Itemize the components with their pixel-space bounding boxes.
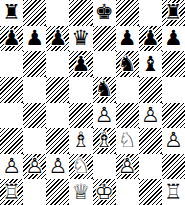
black-rook[interactable]: ♜♜ [162,0,185,26]
black-rook-glyph: ♜ [162,0,185,26]
square-c3[interactable] [46,128,69,154]
white-bishop-halo: ♝ [93,128,116,154]
square-e3[interactable]: ♝♗ [93,128,116,154]
white-pawn-halo: ♟ [162,128,185,154]
white-bishop-glyph: ♗ [93,128,116,154]
white-pawn-glyph: ♙ [162,128,185,154]
white-pawn-halo: ♟ [93,103,116,129]
white-pawn[interactable]: ♟♙ [116,154,139,180]
square-b3[interactable] [23,128,46,154]
square-e1[interactable]: ♚♔ [93,179,116,205]
square-c6[interactable] [46,51,69,77]
black-pawn[interactable]: ♟♟ [46,26,69,52]
square-g4[interactable]: ♟♙ [139,103,162,129]
square-b5[interactable] [23,77,46,103]
white-knight[interactable]: ♞♘ [116,128,139,154]
white-pawn-halo: ♟ [46,154,69,180]
square-b6[interactable] [23,51,46,77]
black-bishop-glyph: ♝ [139,51,162,77]
black-pawn-glyph: ♟ [139,26,162,52]
white-pawn-glyph: ♙ [139,103,162,129]
square-f4[interactable] [116,103,139,129]
white-rook[interactable]: ♜♖ [0,179,23,205]
black-pawn-glyph: ♟ [116,26,139,52]
square-a3[interactable] [0,128,23,154]
square-f8[interactable] [116,0,139,26]
white-rook[interactable]: ♜♖ [162,179,185,205]
black-pawn-halo: ♟ [139,26,162,52]
square-a4[interactable] [0,103,23,129]
square-b8[interactable] [23,0,46,26]
square-f2[interactable]: ♟♙ [116,154,139,180]
black-pawn-halo: ♟ [46,26,69,52]
white-pawn[interactable]: ♟♙ [23,154,46,180]
white-knight-halo: ♞ [69,154,92,180]
black-pawn-glyph: ♟ [69,51,92,77]
square-h6[interactable] [162,51,185,77]
white-bishop-glyph: ♗ [69,128,92,154]
white-bishop-halo: ♝ [69,128,92,154]
black-pawn-halo: ♟ [116,26,139,52]
square-e4[interactable]: ♟♙ [93,103,116,129]
white-pawn[interactable]: ♟♙ [162,128,185,154]
black-pawn[interactable]: ♟♟ [23,26,46,52]
square-d4[interactable] [69,103,92,129]
black-pawn-glyph: ♟ [46,26,69,52]
white-rook-glyph: ♖ [162,179,185,205]
square-h5[interactable] [162,77,185,103]
white-pawn[interactable]: ♟♙ [46,154,69,180]
black-bishop-halo: ♝ [139,51,162,77]
black-knight[interactable]: ♞♞ [116,51,139,77]
square-b1[interactable] [23,179,46,205]
square-g8[interactable] [139,0,162,26]
black-knight[interactable]: ♞♞ [93,77,116,103]
square-d8[interactable] [69,0,92,26]
white-pawn-glyph: ♙ [46,154,69,180]
black-pawn[interactable]: ♟♟ [139,26,162,52]
square-e8[interactable]: ♚♚ [93,0,116,26]
white-rook-halo: ♜ [162,179,185,205]
black-queen-glyph: ♛ [69,26,92,52]
black-king-halo: ♚ [93,0,116,26]
square-a2[interactable]: ♟♙ [0,154,23,180]
black-bishop[interactable]: ♝♝ [139,51,162,77]
white-pawn-glyph: ♙ [116,154,139,180]
white-bishop[interactable]: ♝♗ [93,128,116,154]
black-king-glyph: ♚ [93,0,116,26]
square-h8[interactable]: ♜♜ [162,0,185,26]
black-knight-halo: ♞ [93,77,116,103]
square-c4[interactable] [46,103,69,129]
black-pawn[interactable]: ♟♟ [162,26,185,52]
white-pawn[interactable]: ♟♙ [0,154,23,180]
square-d2[interactable]: ♞♘ [69,154,92,180]
square-f1[interactable] [116,179,139,205]
white-pawn-halo: ♟ [139,103,162,129]
white-knight-halo: ♞ [116,128,139,154]
square-d5[interactable] [69,77,92,103]
square-g1[interactable] [139,179,162,205]
black-rook[interactable]: ♜♜ [0,0,23,26]
white-knight-glyph: ♘ [69,154,92,180]
white-queen[interactable]: ♛♕ [69,179,92,205]
square-h4[interactable] [162,103,185,129]
square-g7[interactable]: ♟♟ [139,26,162,52]
white-pawn-glyph: ♙ [23,154,46,180]
white-knight[interactable]: ♞♘ [69,154,92,180]
square-b4[interactable] [23,103,46,129]
white-knight-glyph: ♘ [116,128,139,154]
black-queen[interactable]: ♛♛ [69,26,92,52]
black-rook-halo: ♜ [0,0,23,26]
white-pawn-glyph: ♙ [0,154,23,180]
white-king-halo: ♚ [93,179,116,205]
black-king[interactable]: ♚♚ [93,0,116,26]
square-e5[interactable]: ♞♞ [93,77,116,103]
square-g3[interactable] [139,128,162,154]
square-f6[interactable]: ♞♞ [116,51,139,77]
square-d3[interactable]: ♝♗ [69,128,92,154]
square-h2[interactable] [162,154,185,180]
square-h1[interactable]: ♜♖ [162,179,185,205]
chess-diagram: ♜♜♚♚♜♜♟♟♟♟♟♟♛♛♟♟♟♟♟♟♟♟♞♞♝♝♞♞♟♙♟♙♝♗♝♗♞♘♟♙… [0,0,185,205]
square-b2[interactable]: ♟♙ [23,154,46,180]
square-c7[interactable]: ♟♟ [46,26,69,52]
white-king-glyph: ♔ [93,179,116,205]
white-pawn-glyph: ♙ [93,103,116,129]
square-g6[interactable]: ♝♝ [139,51,162,77]
white-pawn-halo: ♟ [0,154,23,180]
black-pawn-glyph: ♟ [23,26,46,52]
square-c1[interactable] [46,179,69,205]
square-e6[interactable] [93,51,116,77]
white-pawn[interactable]: ♟♙ [93,103,116,129]
white-king[interactable]: ♚♔ [93,179,116,205]
square-a6[interactable] [0,51,23,77]
chess-board: ♜♜♚♚♜♜♟♟♟♟♟♟♛♛♟♟♟♟♟♟♟♟♞♞♝♝♞♞♟♙♟♙♝♗♝♗♞♘♟♙… [0,0,185,205]
white-queen-glyph: ♕ [69,179,92,205]
black-knight-glyph: ♞ [93,77,116,103]
square-d7[interactable]: ♛♛ [69,26,92,52]
black-queen-halo: ♛ [69,26,92,52]
square-g5[interactable] [139,77,162,103]
square-a5[interactable] [0,77,23,103]
square-d6[interactable]: ♟♟ [69,51,92,77]
black-pawn-halo: ♟ [0,26,23,52]
square-d1[interactable]: ♛♕ [69,179,92,205]
black-pawn-halo: ♟ [69,51,92,77]
white-pawn[interactable]: ♟♙ [139,103,162,129]
black-pawn-halo: ♟ [162,26,185,52]
square-h7[interactable]: ♟♟ [162,26,185,52]
black-rook-halo: ♜ [162,0,185,26]
black-pawn-halo: ♟ [23,26,46,52]
black-knight-glyph: ♞ [116,51,139,77]
white-rook-halo: ♜ [0,179,23,205]
black-rook-glyph: ♜ [0,0,23,26]
square-e2[interactable] [93,154,116,180]
square-g2[interactable] [139,154,162,180]
black-pawn-glyph: ♟ [162,26,185,52]
black-pawn[interactable]: ♟♟ [0,26,23,52]
square-a1[interactable]: ♜♖ [0,179,23,205]
white-rook-glyph: ♖ [0,179,23,205]
square-a8[interactable]: ♜♜ [0,0,23,26]
square-a7[interactable]: ♟♟ [0,26,23,52]
square-e7[interactable] [93,26,116,52]
black-pawn-glyph: ♟ [0,26,23,52]
white-bishop[interactable]: ♝♗ [69,128,92,154]
white-pawn-halo: ♟ [23,154,46,180]
black-pawn[interactable]: ♟♟ [69,51,92,77]
square-f3[interactable]: ♞♘ [116,128,139,154]
square-h3[interactable]: ♟♙ [162,128,185,154]
square-c2[interactable]: ♟♙ [46,154,69,180]
square-c5[interactable] [46,77,69,103]
black-pawn[interactable]: ♟♟ [116,26,139,52]
square-b7[interactable]: ♟♟ [23,26,46,52]
black-knight-halo: ♞ [116,51,139,77]
square-c8[interactable] [46,0,69,26]
square-f7[interactable]: ♟♟ [116,26,139,52]
white-pawn-halo: ♟ [116,154,139,180]
square-f5[interactable] [116,77,139,103]
white-queen-halo: ♛ [69,179,92,205]
